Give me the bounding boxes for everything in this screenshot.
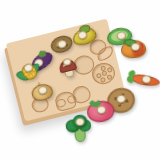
lotus-hole	[100, 77, 106, 83]
piece-onion[interactable]	[28, 78, 53, 101]
product-photo-scene	[0, 0, 160, 160]
piece-broccoli[interactable]	[65, 114, 92, 141]
piece-pumpkin[interactable]	[120, 37, 146, 59]
piece-kiwi[interactable]	[49, 33, 75, 56]
piece-carrot[interactable]	[127, 69, 158, 87]
recess-floret	[55, 98, 67, 109]
lotus-hole	[107, 67, 113, 73]
lotus-hole	[107, 74, 113, 80]
